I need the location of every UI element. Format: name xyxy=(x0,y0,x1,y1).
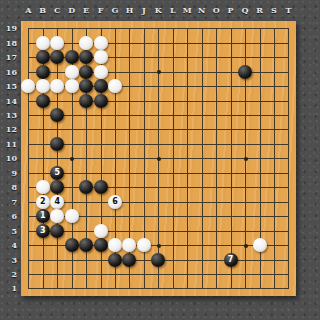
star-point xyxy=(244,157,248,161)
grid-line-vertical xyxy=(288,28,289,289)
stone-black-move-3: 3 xyxy=(36,224,50,238)
row-label: 9 xyxy=(2,167,17,179)
row-label: 14 xyxy=(2,95,17,107)
stone-white xyxy=(253,238,267,252)
stone-black xyxy=(94,79,108,93)
grid-line-vertical xyxy=(173,28,174,289)
grid-line-horizontal xyxy=(28,231,289,232)
stone-white-move-2: 2 xyxy=(36,195,50,209)
star-point xyxy=(157,70,161,74)
grid-line-horizontal xyxy=(28,173,289,174)
stone-white xyxy=(137,238,151,252)
grid-line-horizontal xyxy=(28,274,289,275)
stone-white xyxy=(36,180,50,194)
stone-black xyxy=(65,238,79,252)
stone-black xyxy=(79,50,93,64)
star-point xyxy=(157,157,161,161)
stone-white xyxy=(79,36,93,50)
stone-black xyxy=(94,94,108,108)
row-label: 1 xyxy=(2,282,17,294)
row-label: 2 xyxy=(2,268,17,280)
stone-white xyxy=(65,65,79,79)
stone-white xyxy=(36,36,50,50)
stone-white xyxy=(50,209,64,223)
grid-line-vertical xyxy=(274,28,275,289)
column-label: T xyxy=(280,4,296,16)
stone-black xyxy=(50,50,64,64)
stone-black xyxy=(79,180,93,194)
row-label: 13 xyxy=(2,109,17,121)
grid-line-vertical xyxy=(231,28,232,289)
stone-white xyxy=(108,238,122,252)
stone-black xyxy=(36,65,50,79)
stone-black xyxy=(50,108,64,122)
row-label: 8 xyxy=(2,181,17,193)
row-label: 15 xyxy=(2,80,17,92)
row-label: 7 xyxy=(2,196,17,208)
stone-black xyxy=(94,238,108,252)
stone-white xyxy=(122,238,136,252)
stone-black-move-1: 1 xyxy=(36,209,50,223)
star-point xyxy=(70,157,74,161)
grid-line-horizontal xyxy=(28,288,289,289)
stone-white xyxy=(94,36,108,50)
row-label: 16 xyxy=(2,66,17,78)
stone-black xyxy=(50,180,64,194)
stone-black-move-5: 5 xyxy=(50,166,64,180)
grid-line-horizontal xyxy=(28,187,289,188)
stone-black xyxy=(50,137,64,151)
stone-white-move-4: 4 xyxy=(50,195,64,209)
row-label: 5 xyxy=(2,225,17,237)
stone-white xyxy=(36,79,50,93)
row-label: 17 xyxy=(2,51,17,63)
grid-line-vertical xyxy=(202,28,203,289)
stone-white-move-6: 6 xyxy=(108,195,122,209)
stone-black xyxy=(36,50,50,64)
stone-black xyxy=(50,224,64,238)
stone-black xyxy=(36,94,50,108)
stone-white xyxy=(94,50,108,64)
stone-white xyxy=(108,79,122,93)
row-label: 18 xyxy=(2,37,17,49)
stone-white xyxy=(65,79,79,93)
row-label: 11 xyxy=(2,138,17,150)
go-board[interactable]: 5137246 xyxy=(21,21,296,296)
stone-white xyxy=(65,209,79,223)
stone-black xyxy=(122,253,136,267)
row-label: 19 xyxy=(2,22,17,34)
stone-black xyxy=(79,79,93,93)
grid-line-vertical xyxy=(216,28,217,289)
row-label: 12 xyxy=(2,123,17,135)
go-app-screenshot: ABCDEFGHJKLMNOPQRST 19181716151413121110… xyxy=(0,0,320,320)
stone-black xyxy=(94,180,108,194)
grid-line-vertical xyxy=(187,28,188,289)
stone-black xyxy=(79,238,93,252)
stone-black xyxy=(65,50,79,64)
stone-black xyxy=(79,65,93,79)
row-label: 6 xyxy=(2,210,17,222)
stone-black xyxy=(151,253,165,267)
stone-white xyxy=(50,36,64,50)
stone-black xyxy=(238,65,252,79)
stone-black-move-7: 7 xyxy=(224,253,238,267)
stone-black xyxy=(108,253,122,267)
star-point xyxy=(157,244,161,248)
grid-line-horizontal xyxy=(28,202,289,203)
stone-white xyxy=(50,79,64,93)
star-point xyxy=(244,244,248,248)
stone-white xyxy=(94,224,108,238)
stone-white xyxy=(94,65,108,79)
row-label: 10 xyxy=(2,152,17,164)
stone-white xyxy=(21,79,35,93)
stone-black xyxy=(79,94,93,108)
row-label: 3 xyxy=(2,254,17,266)
row-label: 4 xyxy=(2,239,17,251)
